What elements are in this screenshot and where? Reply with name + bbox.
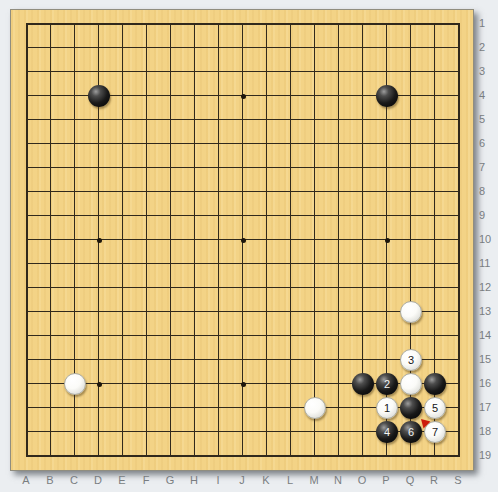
board-intersection[interactable] bbox=[39, 300, 63, 324]
board-intersection[interactable] bbox=[207, 276, 231, 300]
board-intersection[interactable] bbox=[255, 12, 279, 36]
board-intersection[interactable] bbox=[87, 252, 111, 276]
board-intersection[interactable] bbox=[375, 156, 399, 180]
board-intersection[interactable] bbox=[231, 324, 255, 348]
board-intersection[interactable] bbox=[375, 108, 399, 132]
board-intersection[interactable] bbox=[375, 276, 399, 300]
board-intersection[interactable] bbox=[63, 12, 87, 36]
board-intersection[interactable] bbox=[111, 108, 135, 132]
board-intersection[interactable] bbox=[351, 156, 375, 180]
board-intersection[interactable] bbox=[279, 84, 303, 108]
board-intersection[interactable] bbox=[63, 252, 87, 276]
board-intersection[interactable] bbox=[159, 12, 183, 36]
board-intersection[interactable] bbox=[159, 180, 183, 204]
board-intersection[interactable] bbox=[231, 444, 255, 468]
board-intersection[interactable] bbox=[399, 324, 423, 348]
board-intersection[interactable] bbox=[111, 60, 135, 84]
board-intersection[interactable] bbox=[207, 36, 231, 60]
board-intersection[interactable] bbox=[447, 12, 471, 36]
board-intersection[interactable] bbox=[87, 36, 111, 60]
board-intersection[interactable] bbox=[135, 180, 159, 204]
board-intersection[interactable] bbox=[135, 36, 159, 60]
board-intersection[interactable] bbox=[255, 36, 279, 60]
board-intersection[interactable] bbox=[423, 276, 447, 300]
board-intersection[interactable] bbox=[231, 60, 255, 84]
board-intersection[interactable] bbox=[375, 36, 399, 60]
board-intersection[interactable] bbox=[183, 84, 207, 108]
board-intersection[interactable] bbox=[255, 372, 279, 396]
board-intersection[interactable] bbox=[183, 420, 207, 444]
board-intersection[interactable] bbox=[423, 60, 447, 84]
board-intersection[interactable] bbox=[351, 348, 375, 372]
board-intersection[interactable] bbox=[207, 204, 231, 228]
board-intersection[interactable] bbox=[159, 300, 183, 324]
board-intersection[interactable] bbox=[15, 132, 39, 156]
board-intersection[interactable] bbox=[231, 36, 255, 60]
board-intersection[interactable] bbox=[303, 276, 327, 300]
board-intersection[interactable] bbox=[351, 396, 375, 420]
board-intersection[interactable] bbox=[399, 84, 423, 108]
board-intersection[interactable] bbox=[423, 348, 447, 372]
board-intersection[interactable] bbox=[15, 228, 39, 252]
board-intersection[interactable] bbox=[255, 348, 279, 372]
board-intersection[interactable] bbox=[303, 444, 327, 468]
board-intersection[interactable] bbox=[375, 348, 399, 372]
board-intersection[interactable] bbox=[255, 300, 279, 324]
board-intersection[interactable] bbox=[279, 444, 303, 468]
board-intersection[interactable] bbox=[351, 444, 375, 468]
board-intersection[interactable] bbox=[207, 180, 231, 204]
board-intersection[interactable] bbox=[231, 204, 255, 228]
board-intersection[interactable] bbox=[231, 300, 255, 324]
board-intersection[interactable] bbox=[135, 348, 159, 372]
board-intersection[interactable] bbox=[135, 444, 159, 468]
board-intersection[interactable] bbox=[63, 276, 87, 300]
board-intersection[interactable] bbox=[255, 180, 279, 204]
board-intersection[interactable] bbox=[375, 324, 399, 348]
white-stone[interactable] bbox=[400, 301, 422, 323]
board-intersection[interactable] bbox=[135, 420, 159, 444]
board-intersection[interactable] bbox=[183, 276, 207, 300]
board-intersection[interactable] bbox=[303, 156, 327, 180]
board-intersection[interactable] bbox=[327, 300, 351, 324]
board-intersection[interactable] bbox=[111, 372, 135, 396]
board-intersection[interactable] bbox=[87, 12, 111, 36]
board-intersection[interactable] bbox=[423, 84, 447, 108]
board-intersection[interactable] bbox=[207, 132, 231, 156]
board-intersection[interactable] bbox=[159, 276, 183, 300]
board-intersection[interactable] bbox=[39, 252, 63, 276]
board-intersection[interactable] bbox=[255, 132, 279, 156]
board-intersection[interactable] bbox=[255, 324, 279, 348]
board-intersection[interactable] bbox=[63, 420, 87, 444]
board-intersection[interactable] bbox=[15, 444, 39, 468]
board-intersection[interactable] bbox=[423, 108, 447, 132]
board-intersection[interactable] bbox=[135, 228, 159, 252]
board-intersection[interactable] bbox=[327, 396, 351, 420]
board-intersection[interactable] bbox=[159, 420, 183, 444]
board-intersection[interactable] bbox=[231, 156, 255, 180]
board-intersection[interactable] bbox=[327, 348, 351, 372]
board-intersection[interactable] bbox=[15, 60, 39, 84]
board-intersection[interactable] bbox=[159, 204, 183, 228]
board-intersection[interactable] bbox=[87, 396, 111, 420]
board-intersection[interactable] bbox=[327, 12, 351, 36]
board-intersection[interactable] bbox=[15, 204, 39, 228]
board-intersection[interactable] bbox=[87, 180, 111, 204]
board-intersection[interactable] bbox=[303, 204, 327, 228]
board-intersection[interactable] bbox=[279, 204, 303, 228]
board-intersection[interactable] bbox=[39, 84, 63, 108]
board-intersection[interactable] bbox=[327, 252, 351, 276]
board-intersection[interactable] bbox=[111, 84, 135, 108]
board-intersection[interactable] bbox=[63, 180, 87, 204]
board-intersection[interactable] bbox=[279, 36, 303, 60]
white-stone[interactable]: 5 bbox=[424, 397, 446, 419]
board-intersection[interactable] bbox=[135, 300, 159, 324]
board-intersection[interactable] bbox=[39, 60, 63, 84]
board-intersection[interactable] bbox=[111, 276, 135, 300]
board-intersection[interactable] bbox=[111, 420, 135, 444]
board-intersection[interactable] bbox=[303, 348, 327, 372]
board-intersection[interactable] bbox=[111, 12, 135, 36]
board-intersection[interactable] bbox=[375, 132, 399, 156]
board-intersection[interactable] bbox=[15, 420, 39, 444]
board-intersection[interactable] bbox=[39, 276, 63, 300]
board-intersection[interactable] bbox=[87, 60, 111, 84]
board-intersection[interactable] bbox=[135, 84, 159, 108]
board-intersection[interactable] bbox=[255, 396, 279, 420]
board-intersection[interactable] bbox=[231, 348, 255, 372]
board-intersection[interactable] bbox=[447, 372, 471, 396]
board-intersection[interactable] bbox=[423, 300, 447, 324]
board-intersection[interactable] bbox=[207, 372, 231, 396]
white-stone[interactable] bbox=[64, 373, 86, 395]
board-intersection[interactable] bbox=[447, 396, 471, 420]
board-intersection[interactable] bbox=[423, 228, 447, 252]
board-intersection[interactable] bbox=[351, 300, 375, 324]
board-intersection[interactable] bbox=[63, 36, 87, 60]
board-intersection[interactable] bbox=[63, 60, 87, 84]
board-intersection[interactable] bbox=[207, 84, 231, 108]
board-intersection[interactable] bbox=[135, 324, 159, 348]
board-intersection[interactable] bbox=[15, 324, 39, 348]
board-intersection[interactable] bbox=[207, 108, 231, 132]
board-intersection[interactable] bbox=[15, 276, 39, 300]
board-intersection[interactable] bbox=[399, 228, 423, 252]
board-intersection[interactable] bbox=[447, 60, 471, 84]
board-intersection[interactable] bbox=[279, 180, 303, 204]
board-intersection[interactable] bbox=[135, 372, 159, 396]
board-intersection[interactable] bbox=[399, 60, 423, 84]
board-intersection[interactable] bbox=[231, 180, 255, 204]
board-intersection[interactable] bbox=[375, 444, 399, 468]
board-intersection[interactable] bbox=[39, 36, 63, 60]
board-intersection[interactable] bbox=[279, 372, 303, 396]
board-intersection[interactable] bbox=[159, 228, 183, 252]
board-intersection[interactable] bbox=[447, 180, 471, 204]
board-intersection[interactable] bbox=[279, 420, 303, 444]
board-intersection[interactable] bbox=[135, 60, 159, 84]
board-intersection[interactable] bbox=[279, 228, 303, 252]
board-intersection[interactable] bbox=[207, 228, 231, 252]
board-intersection[interactable] bbox=[63, 300, 87, 324]
board-intersection[interactable] bbox=[87, 420, 111, 444]
white-stone[interactable]: 3 bbox=[400, 349, 422, 371]
board-intersection[interactable] bbox=[183, 252, 207, 276]
board-intersection[interactable] bbox=[375, 12, 399, 36]
board-intersection[interactable] bbox=[63, 444, 87, 468]
board-intersection[interactable] bbox=[303, 420, 327, 444]
board-intersection[interactable] bbox=[255, 420, 279, 444]
board-intersection[interactable] bbox=[183, 372, 207, 396]
board-intersection[interactable] bbox=[39, 108, 63, 132]
board-intersection[interactable] bbox=[63, 204, 87, 228]
board-intersection[interactable] bbox=[87, 204, 111, 228]
board-intersection[interactable] bbox=[279, 12, 303, 36]
board-intersection[interactable] bbox=[255, 84, 279, 108]
board-intersection[interactable] bbox=[183, 12, 207, 36]
board-intersection[interactable] bbox=[111, 204, 135, 228]
board-intersection[interactable] bbox=[135, 156, 159, 180]
board-intersection[interactable] bbox=[399, 252, 423, 276]
board-intersection[interactable] bbox=[327, 132, 351, 156]
board-intersection[interactable] bbox=[15, 348, 39, 372]
black-stone[interactable] bbox=[88, 85, 110, 107]
white-stone[interactable] bbox=[304, 397, 326, 419]
board-intersection[interactable] bbox=[63, 228, 87, 252]
board-intersection[interactable] bbox=[351, 324, 375, 348]
board-intersection[interactable] bbox=[39, 132, 63, 156]
board-intersection[interactable] bbox=[303, 228, 327, 252]
board-intersection[interactable] bbox=[135, 204, 159, 228]
board-intersection[interactable] bbox=[159, 132, 183, 156]
board-intersection[interactable] bbox=[423, 12, 447, 36]
board-intersection[interactable] bbox=[183, 36, 207, 60]
board-intersection[interactable] bbox=[279, 132, 303, 156]
board-intersection[interactable] bbox=[279, 324, 303, 348]
board-intersection[interactable] bbox=[63, 84, 87, 108]
board-intersection[interactable] bbox=[207, 444, 231, 468]
board-intersection[interactable] bbox=[279, 396, 303, 420]
board-intersection[interactable] bbox=[327, 180, 351, 204]
board-intersection[interactable] bbox=[87, 372, 111, 396]
board-intersection[interactable] bbox=[39, 372, 63, 396]
board-intersection[interactable] bbox=[87, 444, 111, 468]
board-intersection[interactable] bbox=[327, 156, 351, 180]
board-intersection[interactable] bbox=[375, 252, 399, 276]
board-intersection[interactable] bbox=[303, 180, 327, 204]
board-intersection[interactable] bbox=[423, 132, 447, 156]
board-intersection[interactable] bbox=[423, 180, 447, 204]
board-intersection[interactable] bbox=[255, 108, 279, 132]
board-intersection[interactable] bbox=[255, 60, 279, 84]
board-intersection[interactable] bbox=[135, 396, 159, 420]
board-intersection[interactable] bbox=[255, 276, 279, 300]
board-intersection[interactable] bbox=[87, 228, 111, 252]
board-intersection[interactable] bbox=[327, 60, 351, 84]
board-intersection[interactable] bbox=[399, 132, 423, 156]
board-intersection[interactable] bbox=[39, 348, 63, 372]
board-intersection[interactable] bbox=[111, 300, 135, 324]
board-intersection[interactable] bbox=[327, 84, 351, 108]
board-intersection[interactable] bbox=[231, 420, 255, 444]
board-intersection[interactable] bbox=[399, 36, 423, 60]
board-intersection[interactable] bbox=[135, 12, 159, 36]
board-intersection[interactable] bbox=[231, 276, 255, 300]
board-intersection[interactable] bbox=[207, 60, 231, 84]
black-stone[interactable] bbox=[400, 397, 422, 419]
board-intersection[interactable] bbox=[207, 156, 231, 180]
board-intersection[interactable] bbox=[39, 156, 63, 180]
board-intersection[interactable] bbox=[255, 228, 279, 252]
board-intersection[interactable] bbox=[39, 444, 63, 468]
white-stone[interactable]: 7 bbox=[424, 421, 446, 443]
board-intersection[interactable] bbox=[447, 228, 471, 252]
white-stone[interactable] bbox=[400, 373, 422, 395]
board-intersection[interactable] bbox=[399, 108, 423, 132]
board-intersection[interactable] bbox=[87, 276, 111, 300]
board-intersection[interactable] bbox=[87, 132, 111, 156]
board-intersection[interactable] bbox=[87, 324, 111, 348]
board-intersection[interactable] bbox=[87, 348, 111, 372]
board-intersection[interactable] bbox=[327, 204, 351, 228]
board-intersection[interactable] bbox=[447, 156, 471, 180]
board-intersection[interactable] bbox=[399, 444, 423, 468]
board-intersection[interactable] bbox=[303, 372, 327, 396]
board-intersection[interactable] bbox=[159, 36, 183, 60]
black-stone[interactable]: 2 bbox=[376, 373, 398, 395]
board-intersection[interactable] bbox=[183, 444, 207, 468]
board-intersection[interactable] bbox=[159, 324, 183, 348]
board-intersection[interactable] bbox=[63, 108, 87, 132]
board-intersection[interactable] bbox=[351, 108, 375, 132]
board-intersection[interactable] bbox=[87, 156, 111, 180]
board-intersection[interactable] bbox=[423, 204, 447, 228]
board-intersection[interactable] bbox=[207, 348, 231, 372]
board-intersection[interactable] bbox=[303, 300, 327, 324]
board-intersection[interactable] bbox=[159, 348, 183, 372]
board-intersection[interactable] bbox=[39, 12, 63, 36]
board-intersection[interactable] bbox=[87, 108, 111, 132]
board-intersection[interactable] bbox=[87, 300, 111, 324]
board-intersection[interactable] bbox=[39, 324, 63, 348]
board-intersection[interactable] bbox=[327, 372, 351, 396]
board-intersection[interactable] bbox=[39, 228, 63, 252]
board-intersection[interactable] bbox=[447, 444, 471, 468]
board-intersection[interactable] bbox=[183, 180, 207, 204]
board-intersection[interactable] bbox=[327, 228, 351, 252]
board-intersection[interactable] bbox=[111, 396, 135, 420]
board-intersection[interactable] bbox=[447, 108, 471, 132]
board-intersection[interactable] bbox=[39, 396, 63, 420]
board-intersection[interactable] bbox=[183, 60, 207, 84]
board-intersection[interactable] bbox=[15, 180, 39, 204]
board-intersection[interactable] bbox=[279, 300, 303, 324]
board-intersection[interactable] bbox=[351, 132, 375, 156]
board-intersection[interactable] bbox=[63, 132, 87, 156]
board-intersection[interactable] bbox=[399, 12, 423, 36]
board-intersection[interactable] bbox=[159, 444, 183, 468]
board-intersection[interactable] bbox=[63, 348, 87, 372]
board-intersection[interactable] bbox=[303, 12, 327, 36]
board-intersection[interactable] bbox=[351, 36, 375, 60]
board-intersection[interactable] bbox=[63, 324, 87, 348]
board-intersection[interactable] bbox=[303, 324, 327, 348]
board-intersection[interactable] bbox=[351, 204, 375, 228]
board-intersection[interactable] bbox=[231, 108, 255, 132]
board-intersection[interactable] bbox=[183, 228, 207, 252]
board-intersection[interactable] bbox=[327, 276, 351, 300]
board-intersection[interactable] bbox=[447, 132, 471, 156]
board-intersection[interactable] bbox=[399, 204, 423, 228]
board-intersection[interactable] bbox=[351, 60, 375, 84]
board-intersection[interactable] bbox=[15, 156, 39, 180]
board-intersection[interactable] bbox=[399, 156, 423, 180]
board-intersection[interactable] bbox=[15, 252, 39, 276]
board-intersection[interactable] bbox=[423, 36, 447, 60]
board-intersection[interactable] bbox=[159, 156, 183, 180]
board-intersection[interactable] bbox=[351, 12, 375, 36]
board-intersection[interactable] bbox=[183, 132, 207, 156]
board-intersection[interactable] bbox=[15, 12, 39, 36]
board-intersection[interactable] bbox=[15, 300, 39, 324]
board-intersection[interactable] bbox=[183, 396, 207, 420]
white-stone[interactable]: 1 bbox=[376, 397, 398, 419]
black-stone[interactable]: 6 bbox=[400, 421, 422, 443]
board-intersection[interactable] bbox=[39, 420, 63, 444]
board-intersection[interactable] bbox=[327, 324, 351, 348]
board-intersection[interactable] bbox=[423, 324, 447, 348]
board-intersection[interactable] bbox=[231, 396, 255, 420]
board-intersection[interactable] bbox=[231, 372, 255, 396]
black-stone[interactable] bbox=[424, 373, 446, 395]
board-intersection[interactable] bbox=[111, 252, 135, 276]
board-intersection[interactable] bbox=[231, 132, 255, 156]
board-intersection[interactable] bbox=[15, 372, 39, 396]
board-intersection[interactable] bbox=[15, 108, 39, 132]
board-intersection[interactable] bbox=[159, 396, 183, 420]
board-intersection[interactable] bbox=[111, 180, 135, 204]
board-intersection[interactable] bbox=[399, 180, 423, 204]
board-intersection[interactable] bbox=[63, 396, 87, 420]
board-intersection[interactable] bbox=[135, 276, 159, 300]
board-intersection[interactable] bbox=[303, 84, 327, 108]
board-intersection[interactable] bbox=[351, 252, 375, 276]
board-intersection[interactable] bbox=[447, 36, 471, 60]
board-intersection[interactable] bbox=[447, 324, 471, 348]
board-intersection[interactable] bbox=[279, 276, 303, 300]
board-intersection[interactable] bbox=[375, 300, 399, 324]
board-intersection[interactable] bbox=[351, 420, 375, 444]
board-intersection[interactable] bbox=[183, 204, 207, 228]
board-intersection[interactable] bbox=[207, 396, 231, 420]
board-intersection[interactable] bbox=[231, 84, 255, 108]
board-intersection[interactable] bbox=[447, 204, 471, 228]
board-intersection[interactable] bbox=[375, 228, 399, 252]
board-intersection[interactable] bbox=[207, 12, 231, 36]
board-intersection[interactable] bbox=[159, 372, 183, 396]
board-intersection[interactable] bbox=[231, 12, 255, 36]
board-intersection[interactable] bbox=[279, 108, 303, 132]
board-intersection[interactable] bbox=[375, 204, 399, 228]
board-intersection[interactable] bbox=[231, 252, 255, 276]
board-intersection[interactable] bbox=[15, 36, 39, 60]
board-intersection[interactable] bbox=[207, 300, 231, 324]
board-intersection[interactable] bbox=[183, 108, 207, 132]
board-intersection[interactable] bbox=[135, 108, 159, 132]
board-intersection[interactable] bbox=[423, 252, 447, 276]
